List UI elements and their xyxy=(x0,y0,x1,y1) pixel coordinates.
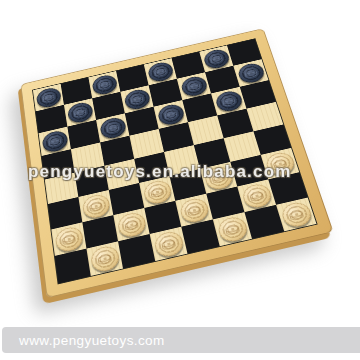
checker-light-man[interactable]: ⛀ xyxy=(152,229,184,258)
checker-light-man[interactable]: ⛀ xyxy=(216,215,249,244)
footer-url: www.pengyuetoys.com xyxy=(2,333,165,348)
product-photo-scene: ⛂⛂⛂⛂⛂⛂⛂⛂⛂⛂⛂⛂⛀⛀⛀⛀⛀⛀⛀⛀⛀⛀⛀⛀ pengyuetoys.en.… xyxy=(0,0,360,360)
square-a1[interactable] xyxy=(55,249,91,284)
checker-light-man[interactable]: ⛀ xyxy=(279,200,313,229)
square-h1[interactable]: ⛀ xyxy=(276,198,316,232)
square-c1[interactable] xyxy=(118,234,155,269)
watermark-text: pengyuetoys.en.alibaba.com xyxy=(28,162,360,182)
square-b1[interactable]: ⛀ xyxy=(86,241,123,276)
checker-light-man[interactable]: ⛀ xyxy=(89,244,120,274)
footer-bar: www.pengyuetoys.com xyxy=(2,327,360,353)
